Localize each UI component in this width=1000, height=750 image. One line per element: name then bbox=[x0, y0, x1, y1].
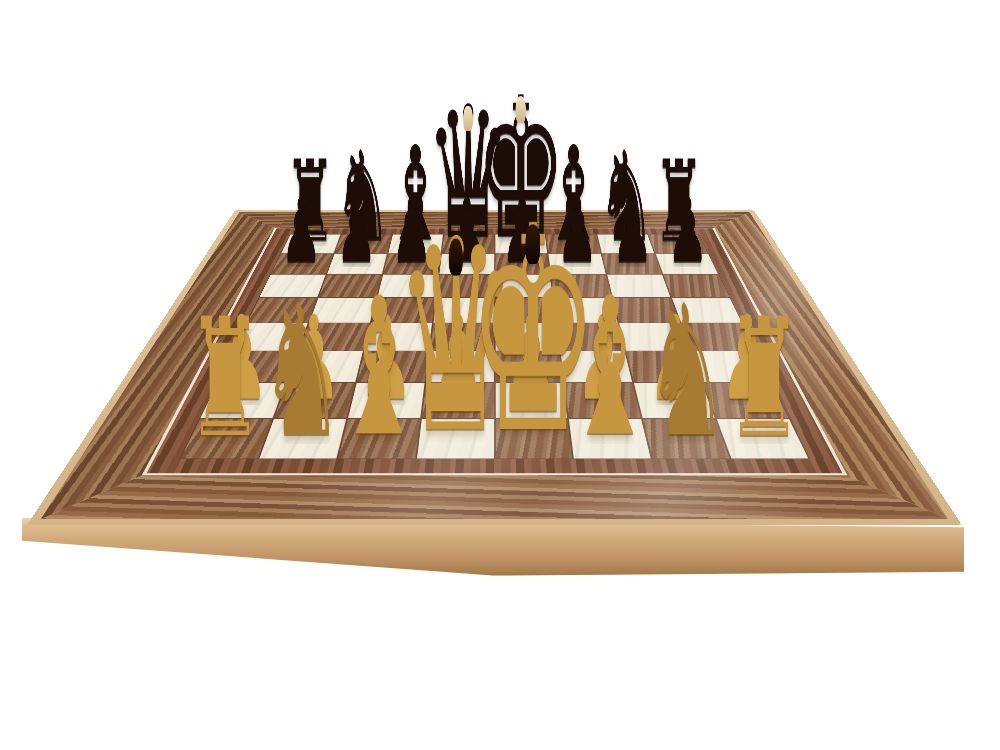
black-pawn-a7[interactable]: ♟ bbox=[281, 195, 322, 266]
black-pawn-h7[interactable]: ♟ bbox=[667, 195, 708, 266]
white-knight-b1[interactable]: ♞ bbox=[260, 299, 345, 444]
board-squares-grid: ♜♞♝♛♚♝♞♜♟♟♟♟♟♟♟♟♟♟♟♟♟♟♟♟♜♞♝♛♚♝♞♜ bbox=[179, 234, 809, 459]
square-b1[interactable]: ♞ bbox=[259, 419, 346, 459]
black-pawn-glyph: ♟ bbox=[281, 195, 322, 266]
white-bishop-f1[interactable]: ♝ bbox=[566, 292, 655, 444]
square-f1[interactable]: ♝ bbox=[569, 419, 651, 459]
board-side-edge bbox=[22, 516, 964, 578]
chessboard: ♜♞♝♛♚♝♞♜♟♟♟♟♟♟♟♟♟♟♟♟♟♟♟♟♜♞♝♛♚♝♞♜ bbox=[27, 210, 962, 525]
square-g1[interactable]: ♞ bbox=[643, 419, 730, 459]
square-e1[interactable]: ♚ bbox=[495, 419, 572, 459]
black-pawn-glyph: ♟ bbox=[667, 195, 708, 266]
white-rook-glyph: ♜ bbox=[726, 313, 802, 444]
white-knight-glyph: ♞ bbox=[644, 299, 729, 444]
white-rook-a1[interactable]: ♜ bbox=[187, 313, 263, 444]
white-bishop-glyph: ♝ bbox=[566, 292, 655, 444]
white-rook-h1[interactable]: ♜ bbox=[726, 313, 802, 444]
chess-photo-scene: ♜♞♝♛♚♝♞♜♟♟♟♟♟♟♟♟♟♟♟♟♟♟♟♟♜♞♝♛♚♝♞♜ bbox=[0, 0, 1000, 750]
square-a1[interactable]: ♜ bbox=[181, 419, 273, 459]
white-knight-glyph: ♞ bbox=[260, 299, 345, 444]
white-rook-glyph: ♜ bbox=[187, 313, 263, 444]
square-h1[interactable]: ♜ bbox=[717, 419, 809, 459]
white-knight-g1[interactable]: ♞ bbox=[644, 299, 729, 444]
board-frame-bottom bbox=[41, 475, 948, 519]
